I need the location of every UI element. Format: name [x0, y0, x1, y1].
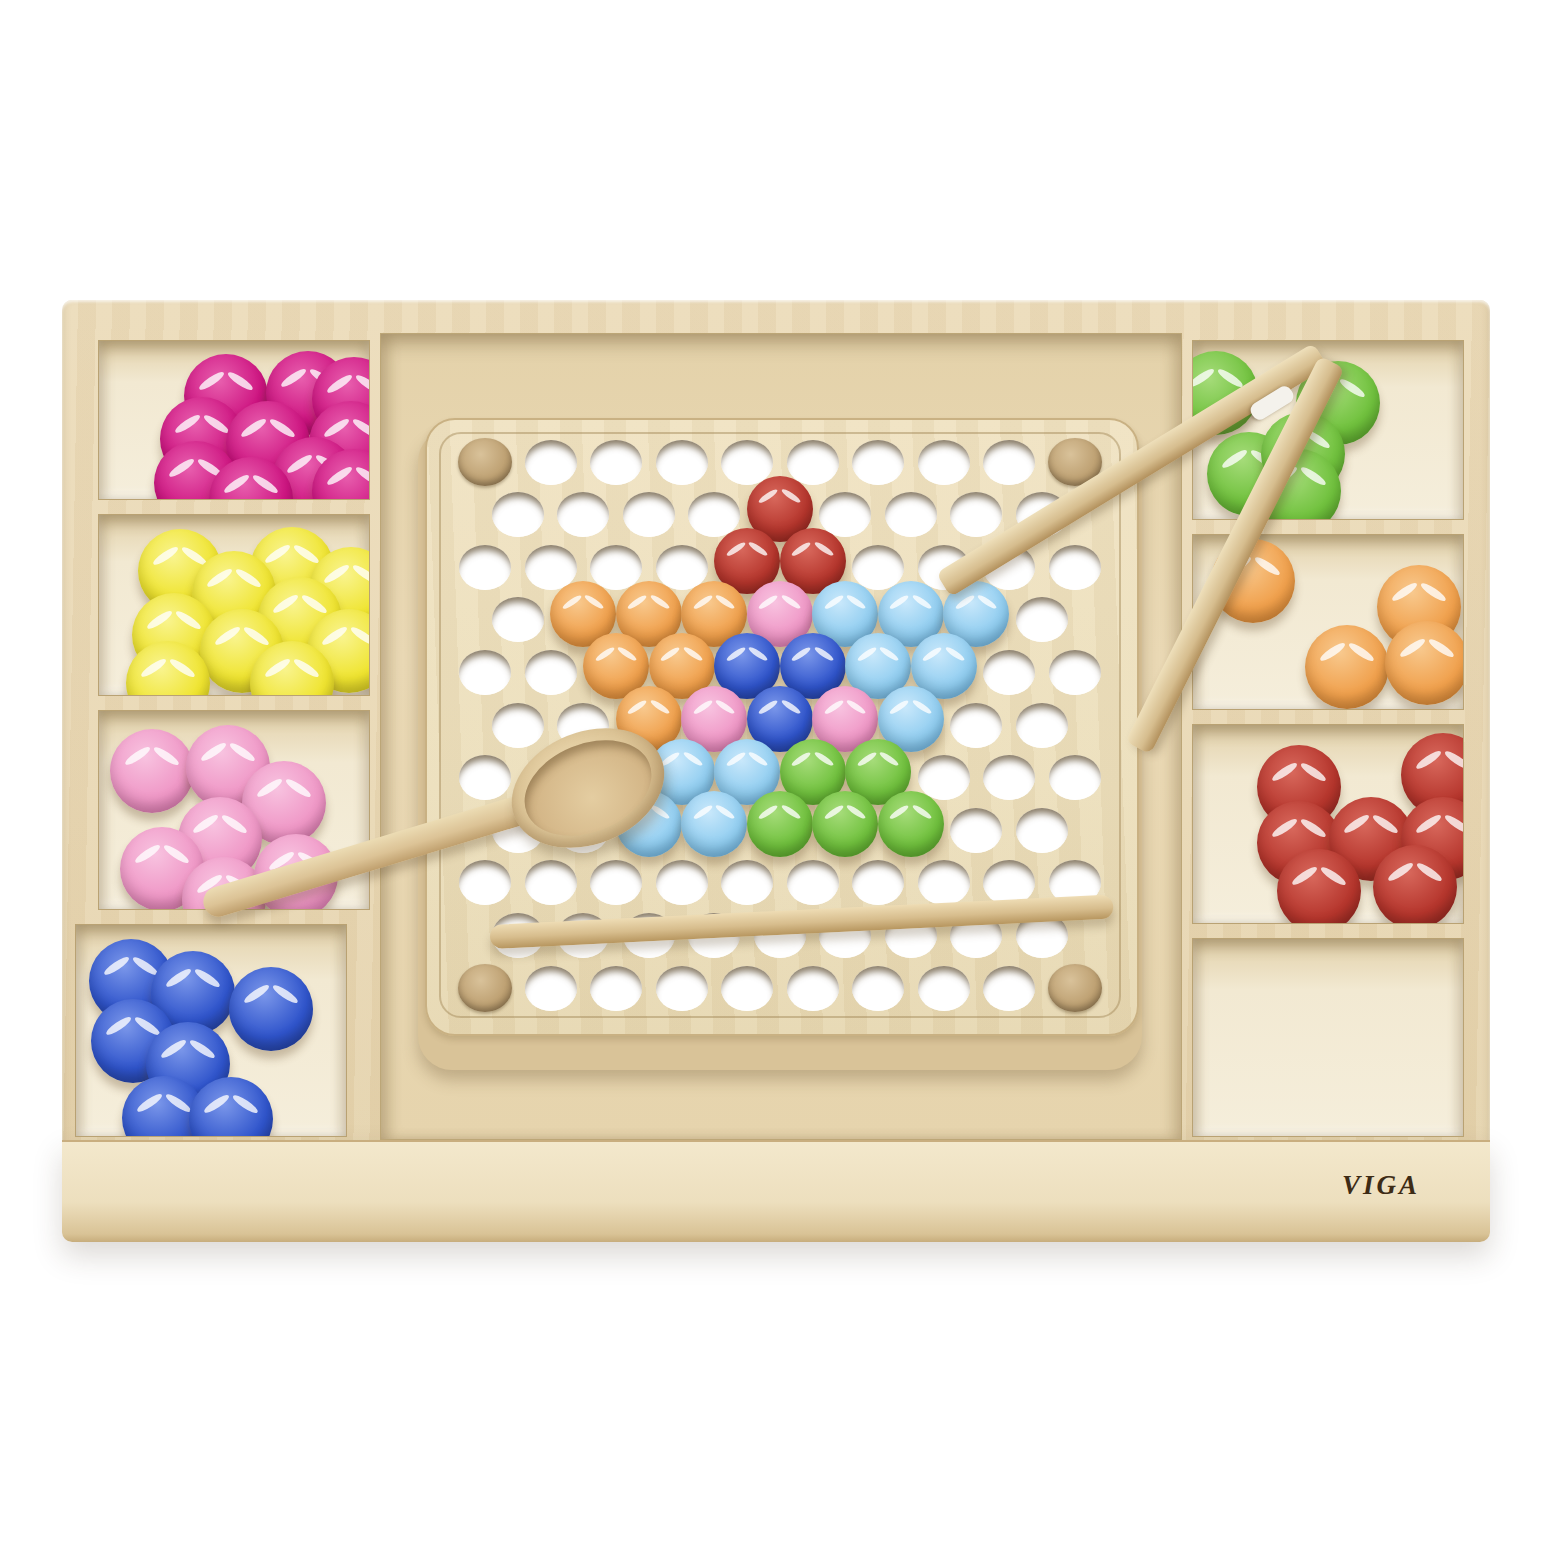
tray-front-edge: VIGA — [62, 1140, 1490, 1242]
product-photo-scene: VIGA — [0, 0, 1550, 1550]
brand-logo: VIGA — [1342, 1170, 1420, 1201]
